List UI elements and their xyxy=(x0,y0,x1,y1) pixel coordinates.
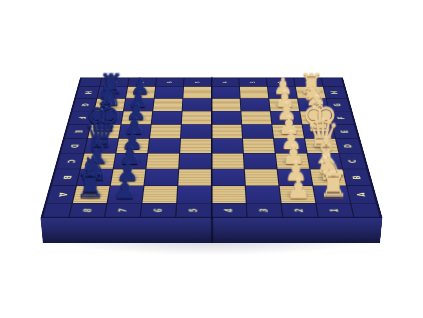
file-label-text: B xyxy=(61,175,72,179)
square-h8: ♜ xyxy=(97,87,127,99)
white-pawn-e2: ♟ xyxy=(262,114,316,138)
piece-contact-shadow xyxy=(315,173,342,183)
square-b8: ♞ xyxy=(77,169,113,185)
rank-label-1-far: 1 xyxy=(294,78,322,86)
page: 87654321H♜♟♟♜HG♞♟♟♞GF♝♟♟♝FE♚♟♟♚ED♛♟♟♛DC♝… xyxy=(0,0,423,318)
square-e3 xyxy=(242,125,273,139)
piece-contact-shadow xyxy=(85,157,111,167)
piece-contact-shadow xyxy=(271,89,293,96)
square-d4 xyxy=(212,139,243,153)
fold-seam-front xyxy=(210,218,212,243)
square-f2: ♟ xyxy=(271,111,302,124)
piece-contact-shadow xyxy=(95,114,119,122)
file-label-d-left: D xyxy=(61,139,87,153)
file-label-text: E xyxy=(73,130,83,133)
rank-label-7-far: 7 xyxy=(128,78,156,86)
frame-corner xyxy=(43,204,71,217)
board-scene: 87654321H♜♟♟♜HG♞♟♟♞GF♝♟♟♝FE♚♟♟♚ED♛♟♟♛DC♝… xyxy=(0,0,423,318)
piece-contact-shadow xyxy=(304,114,328,122)
square-a6 xyxy=(142,186,177,203)
chess-board: 87654321H♜♟♟♜HG♞♟♟♞GF♝♟♟♝FE♚♟♟♚ED♛♟♟♛DC♝… xyxy=(41,77,383,218)
rank-label-2-near: 2 xyxy=(282,204,318,217)
file-label-text: B xyxy=(352,175,363,179)
rank-label-3-near: 3 xyxy=(247,204,282,217)
piece-contact-shadow xyxy=(276,128,300,137)
square-f8: ♝ xyxy=(91,111,122,124)
rank-label-text: 3 xyxy=(250,81,256,83)
square-e1: ♚ xyxy=(303,125,335,139)
board-front-face xyxy=(41,218,383,243)
rank-label-text: 8 xyxy=(111,81,118,83)
square-h3 xyxy=(240,87,268,99)
file-label-d-right: D xyxy=(336,139,362,153)
piece-contact-shadow xyxy=(318,190,346,201)
piece-contact-shadow xyxy=(125,114,148,122)
square-c7: ♟ xyxy=(114,154,148,169)
file-label-text: G xyxy=(334,103,343,106)
file-label-h-left: H xyxy=(76,87,99,99)
piece-contact-shadow xyxy=(275,114,298,122)
piece-contact-shadow xyxy=(280,157,305,167)
file-label-text: A xyxy=(356,192,367,196)
rank-label-4-far: 4 xyxy=(212,78,239,86)
square-e4 xyxy=(212,125,242,139)
piece-contact-shadow xyxy=(309,142,334,151)
black-pawn-e7: ♟ xyxy=(107,114,161,138)
square-b4 xyxy=(212,169,245,185)
square-a3 xyxy=(246,186,281,203)
file-label-text: H xyxy=(331,91,340,94)
rank-label-text: 6 xyxy=(153,208,164,212)
rank-label-5-far: 5 xyxy=(184,78,211,86)
file-label-g-left: G xyxy=(73,99,97,111)
file-label-text: A xyxy=(56,192,67,196)
file-label-text: H xyxy=(83,91,92,94)
frame-corner xyxy=(322,78,344,86)
file-label-c-left: C xyxy=(57,154,84,169)
rank-label-3-far: 3 xyxy=(239,78,267,86)
piece-contact-shadow xyxy=(312,157,338,167)
file-label-e-left: E xyxy=(65,125,90,139)
square-c6 xyxy=(146,154,179,169)
square-c1: ♝ xyxy=(308,154,342,169)
square-g5 xyxy=(183,99,211,111)
piece-contact-shadow xyxy=(98,101,121,109)
piece-contact-shadow xyxy=(128,101,151,109)
file-label-h-right: H xyxy=(324,87,347,99)
piece-contact-shadow xyxy=(302,101,325,109)
rank-label-5-near: 5 xyxy=(176,204,210,217)
square-d3 xyxy=(243,139,275,153)
square-a2: ♟ xyxy=(280,186,316,203)
square-b7: ♟ xyxy=(111,169,146,185)
rank-label-8-far: 8 xyxy=(100,78,128,86)
square-c4 xyxy=(212,154,244,169)
piece-contact-shadow xyxy=(77,190,105,201)
square-d2: ♟ xyxy=(274,139,307,153)
piece-contact-shadow xyxy=(120,142,145,151)
square-h4 xyxy=(212,87,240,99)
rank-label-1-near: 1 xyxy=(317,204,354,217)
square-d5 xyxy=(180,139,211,153)
rank-label-text: 8 xyxy=(83,208,94,212)
piece-contact-shadow xyxy=(273,101,296,109)
piece-contact-shadow xyxy=(112,190,139,201)
square-c3 xyxy=(244,154,277,169)
square-d6 xyxy=(148,139,180,153)
square-h2: ♟ xyxy=(268,87,297,99)
file-label-g-right: G xyxy=(327,99,351,111)
square-e6 xyxy=(150,125,181,139)
file-label-b-right: B xyxy=(343,169,371,185)
rank-label-7-near: 7 xyxy=(105,204,141,217)
square-h6 xyxy=(155,87,183,99)
file-label-text: F xyxy=(337,116,346,119)
square-b2: ♟ xyxy=(278,169,313,185)
rank-label-text: 1 xyxy=(329,208,340,212)
file-label-b-left: B xyxy=(52,169,80,185)
square-f5 xyxy=(182,111,211,124)
piece-contact-shadow xyxy=(89,142,114,151)
rank-label-8-near: 8 xyxy=(70,204,107,217)
rank-label-text: 2 xyxy=(277,81,284,83)
square-d7: ♟ xyxy=(116,139,149,153)
square-f4 xyxy=(212,111,241,124)
square-f1: ♝ xyxy=(300,111,331,124)
file-label-a-left: A xyxy=(47,186,76,203)
square-b5 xyxy=(178,169,211,185)
rank-label-text: 2 xyxy=(294,208,305,212)
file-label-text: F xyxy=(77,116,86,119)
file-label-e-right: E xyxy=(333,125,358,139)
square-d8: ♛ xyxy=(85,139,118,153)
file-label-text: D xyxy=(344,144,354,148)
square-f3 xyxy=(241,111,271,124)
piece-contact-shadow xyxy=(282,173,308,183)
square-h5 xyxy=(183,87,211,99)
square-g8: ♞ xyxy=(94,99,125,111)
square-b1: ♞ xyxy=(310,169,346,185)
file-label-text: E xyxy=(340,130,350,133)
rank-label-text: 7 xyxy=(118,208,129,212)
square-g1: ♞ xyxy=(298,99,329,111)
square-a4 xyxy=(212,186,246,203)
piece-contact-shadow xyxy=(284,190,311,201)
piece-contact-shadow xyxy=(92,128,116,137)
piece-contact-shadow xyxy=(118,157,143,167)
rank-label-text: 5 xyxy=(189,208,199,212)
square-a7: ♟ xyxy=(108,186,144,203)
square-h1: ♜ xyxy=(296,87,326,99)
file-label-text: D xyxy=(69,144,79,148)
square-g3 xyxy=(241,99,270,111)
square-g4 xyxy=(212,99,240,111)
rank-label-6-near: 6 xyxy=(141,204,176,217)
square-h7: ♟ xyxy=(126,87,155,99)
frame-corner xyxy=(80,78,102,86)
square-e8: ♚ xyxy=(88,125,120,139)
piece-contact-shadow xyxy=(307,128,331,137)
file-label-f-left: F xyxy=(69,111,93,124)
rank-label-text: 6 xyxy=(167,81,173,83)
square-f6 xyxy=(152,111,182,124)
rank-label-text: 4 xyxy=(222,81,228,83)
piece-contact-shadow xyxy=(123,128,147,137)
rank-label-text: 1 xyxy=(305,81,312,83)
piece-contact-shadow xyxy=(130,89,152,96)
file-label-a-right: A xyxy=(347,186,376,203)
rank-label-text: 5 xyxy=(194,81,200,83)
square-g7: ♟ xyxy=(124,99,154,111)
rank-label-4-near: 4 xyxy=(212,204,246,217)
rank-label-2-far: 2 xyxy=(267,78,295,86)
rank-label-6-far: 6 xyxy=(156,78,184,86)
file-label-text: C xyxy=(348,159,358,162)
piece-contact-shadow xyxy=(300,89,322,96)
square-a5 xyxy=(177,186,211,203)
square-e2: ♟ xyxy=(272,125,304,139)
square-c2: ♟ xyxy=(276,154,310,169)
piece-contact-shadow xyxy=(115,173,141,183)
square-e7: ♟ xyxy=(119,125,151,139)
piece-contact-shadow xyxy=(81,173,108,183)
file-label-c-right: C xyxy=(340,154,367,169)
file-label-text: G xyxy=(80,103,89,106)
square-g2: ♟ xyxy=(269,99,299,111)
square-e5 xyxy=(181,125,211,139)
square-b6 xyxy=(145,169,179,185)
rank-label-text: 3 xyxy=(259,208,270,212)
square-c5 xyxy=(179,154,211,169)
square-d1: ♛ xyxy=(305,139,338,153)
square-a1: ♜ xyxy=(313,186,350,203)
square-b3 xyxy=(245,169,279,185)
frame-corner xyxy=(351,204,379,217)
file-label-f-right: F xyxy=(330,111,354,124)
rank-label-text: 7 xyxy=(139,81,146,83)
square-f7: ♟ xyxy=(122,111,153,124)
square-a8: ♜ xyxy=(73,186,110,203)
piece-contact-shadow xyxy=(278,142,303,151)
square-g6 xyxy=(153,99,182,111)
rank-label-text: 4 xyxy=(224,208,234,212)
square-c8: ♝ xyxy=(81,154,115,169)
piece-contact-shadow xyxy=(101,89,123,96)
file-label-text: C xyxy=(65,159,75,162)
